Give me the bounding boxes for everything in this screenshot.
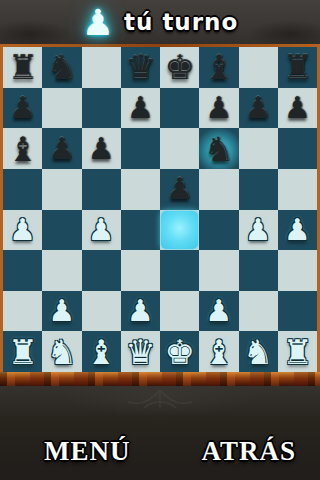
- square-f5[interactable]: [199, 169, 238, 210]
- square-f1[interactable]: ♝: [199, 331, 238, 372]
- square-b8[interactable]: ♞: [42, 47, 81, 88]
- white-queen: ♛: [125, 335, 155, 369]
- white-pawn: ♟: [205, 296, 232, 326]
- white-pawn: ♟: [9, 215, 36, 245]
- square-e8[interactable]: ♚: [160, 47, 199, 88]
- white-knight: ♞: [243, 335, 273, 369]
- square-g1[interactable]: ♞: [239, 331, 278, 372]
- square-c7[interactable]: [82, 88, 121, 129]
- square-b1[interactable]: ♞: [42, 331, 81, 372]
- bottom-bar: MENÚ ATRÁS: [0, 386, 320, 480]
- back-button[interactable]: ATRÁS: [201, 436, 296, 467]
- square-a5[interactable]: [3, 169, 42, 210]
- square-h5[interactable]: [278, 169, 317, 210]
- square-d2[interactable]: ♟: [121, 291, 160, 332]
- square-c5[interactable]: [82, 169, 121, 210]
- square-d6[interactable]: [121, 128, 160, 169]
- square-f2[interactable]: ♟: [199, 291, 238, 332]
- chess-board: ♜♞♛♚♝♜♟♟♟♟♟♝♟♟♞♟♟♟♟♟♟♟♟♜♞♝♛♚♝♞♜: [3, 47, 317, 372]
- square-h2[interactable]: [278, 291, 317, 332]
- black-pawn: ♟: [9, 93, 36, 123]
- black-pawn: ♟: [48, 134, 75, 164]
- square-a3[interactable]: [3, 250, 42, 291]
- white-pawn: ♟: [127, 296, 154, 326]
- white-pawn: ♟: [245, 215, 272, 245]
- square-c1[interactable]: ♝: [82, 331, 121, 372]
- black-knight: ♞: [47, 50, 77, 84]
- square-c3[interactable]: [82, 250, 121, 291]
- white-pawn: ♟: [284, 215, 311, 245]
- square-h1[interactable]: ♜: [278, 331, 317, 372]
- square-e5[interactable]: ♟: [160, 169, 199, 210]
- square-h8[interactable]: ♜: [278, 47, 317, 88]
- square-a8[interactable]: ♜: [3, 47, 42, 88]
- square-g2[interactable]: [239, 291, 278, 332]
- square-g5[interactable]: [239, 169, 278, 210]
- white-pawn: ♟: [48, 296, 75, 326]
- chess-app-screen: ♟ tú turno ♜♞♛♚♝♜♟♟♟♟♟♝♟♟♞♟♟♟♟♟♟♟♟♜♞♝♛♚♝…: [0, 0, 320, 480]
- square-b5[interactable]: [42, 169, 81, 210]
- square-c6[interactable]: ♟: [82, 128, 121, 169]
- menu-button[interactable]: MENÚ: [44, 436, 131, 467]
- white-knight: ♞: [47, 335, 77, 369]
- square-h6[interactable]: [278, 128, 317, 169]
- square-f6[interactable]: ♞: [199, 128, 238, 169]
- square-e6[interactable]: [160, 128, 199, 169]
- square-c8[interactable]: [82, 47, 121, 88]
- square-d5[interactable]: [121, 169, 160, 210]
- square-g7[interactable]: ♟: [239, 88, 278, 129]
- black-pawn: ♟: [245, 93, 272, 123]
- chess-board-frame: ♜♞♛♚♝♜♟♟♟♟♟♝♟♟♞♟♟♟♟♟♟♟♟♜♞♝♛♚♝♞♜: [0, 44, 320, 372]
- white-bishop: ♝: [204, 335, 234, 369]
- black-pawn: ♟: [166, 174, 193, 204]
- square-b3[interactable]: [42, 250, 81, 291]
- square-d7[interactable]: ♟: [121, 88, 160, 129]
- square-d3[interactable]: [121, 250, 160, 291]
- square-a2[interactable]: [3, 291, 42, 332]
- square-e3[interactable]: [160, 250, 199, 291]
- white-rook: ♜: [7, 335, 37, 369]
- square-e7[interactable]: [160, 88, 199, 129]
- square-h3[interactable]: [278, 250, 317, 291]
- square-e1[interactable]: ♚: [160, 331, 199, 372]
- turn-indicator-text: tú turno: [124, 9, 238, 35]
- white-pawn-icon: ♟: [82, 5, 114, 41]
- square-a1[interactable]: ♜: [3, 331, 42, 372]
- square-c2[interactable]: [82, 291, 121, 332]
- black-pawn: ♟: [127, 93, 154, 123]
- square-d8[interactable]: ♛: [121, 47, 160, 88]
- black-knight: ♞: [204, 132, 234, 166]
- square-f7[interactable]: ♟: [199, 88, 238, 129]
- black-rook: ♜: [7, 50, 37, 84]
- square-e2[interactable]: [160, 291, 199, 332]
- white-bishop: ♝: [86, 335, 116, 369]
- square-b2[interactable]: ♟: [42, 291, 81, 332]
- square-d4[interactable]: [121, 210, 160, 251]
- flourish-ornament: [100, 388, 220, 414]
- square-b7[interactable]: [42, 88, 81, 129]
- square-a6[interactable]: ♝: [3, 128, 42, 169]
- black-bishop: ♝: [7, 132, 37, 166]
- black-pawn: ♟: [205, 93, 232, 123]
- square-g8[interactable]: [239, 47, 278, 88]
- square-f4[interactable]: [199, 210, 238, 251]
- black-king: ♚: [164, 50, 194, 84]
- square-f3[interactable]: [199, 250, 238, 291]
- white-king: ♚: [164, 335, 194, 369]
- square-g3[interactable]: [239, 250, 278, 291]
- square-c4[interactable]: ♟: [82, 210, 121, 251]
- black-bishop: ♝: [204, 50, 234, 84]
- black-pawn: ♟: [284, 93, 311, 123]
- square-e4[interactable]: [160, 210, 199, 251]
- square-g6[interactable]: [239, 128, 278, 169]
- square-h7[interactable]: ♟: [278, 88, 317, 129]
- square-h4[interactable]: ♟: [278, 210, 317, 251]
- board-wood-edge: [0, 372, 320, 386]
- square-d1[interactable]: ♛: [121, 331, 160, 372]
- white-rook: ♜: [282, 335, 312, 369]
- square-b6[interactable]: ♟: [42, 128, 81, 169]
- white-pawn: ♟: [88, 215, 115, 245]
- black-queen: ♛: [125, 50, 155, 84]
- square-f8[interactable]: ♝: [199, 47, 238, 88]
- status-bar: ♟ tú turno: [0, 0, 320, 44]
- black-pawn: ♟: [88, 134, 115, 164]
- black-rook: ♜: [282, 50, 312, 84]
- square-b4[interactable]: [42, 210, 81, 251]
- square-a4[interactable]: ♟: [3, 210, 42, 251]
- square-a7[interactable]: ♟: [3, 88, 42, 129]
- square-g4[interactable]: ♟: [239, 210, 278, 251]
